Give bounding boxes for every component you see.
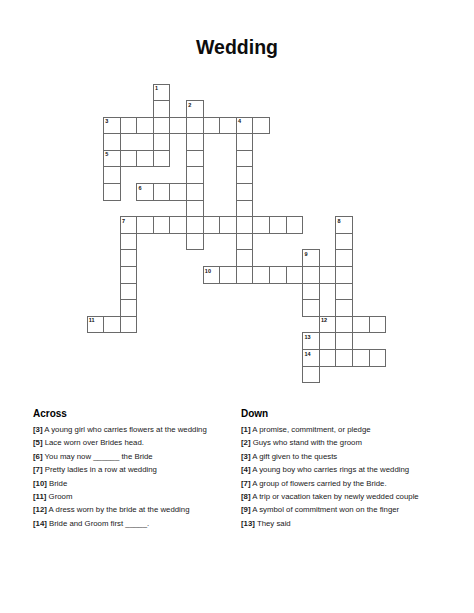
grid-cell-r4c1[interactable]: 5 — [103, 150, 121, 168]
grid-cell-r8c8[interactable] — [219, 216, 237, 234]
grid-cell-r11c13[interactable] — [302, 266, 320, 284]
grid-cell-r16c13[interactable]: 14 — [302, 349, 320, 367]
down-header: Down — [241, 408, 456, 420]
grid-cell-r8c3[interactable] — [136, 216, 154, 234]
clue-item-12: [12] A dress worn by the bride at the we… — [33, 503, 238, 516]
grid-cell-r14c0[interactable]: 11 — [87, 316, 105, 334]
clue-number: [13] — [241, 519, 255, 528]
clue-item-14: [14] Bride and Groom first _____. — [33, 517, 238, 530]
grid-cell-r14c2[interactable] — [120, 316, 138, 334]
clue-text: Lace worn over Brides head. — [43, 438, 144, 447]
grid-cell-r16c16[interactable] — [352, 349, 370, 367]
grid-cell-r2c8[interactable] — [219, 117, 237, 135]
grid-cell-r4c3[interactable] — [136, 150, 154, 168]
grid-cell-r4c2[interactable] — [120, 150, 138, 168]
grid-cell-r2c3[interactable] — [136, 117, 154, 135]
cell-number-13: 13 — [304, 334, 310, 340]
grid-cell-r11c12[interactable] — [286, 266, 304, 284]
clue-item-3: [3] A young girl who carries flowers at … — [33, 423, 238, 436]
clue-number: [3] — [33, 425, 43, 434]
clue-text: A trip or vacation taken by newly wedded… — [251, 492, 419, 501]
grid-cell-r16c14[interactable] — [319, 349, 337, 367]
across-clue-list: [3] A young girl who carries flowers at … — [33, 423, 238, 530]
clue-number: [8] — [241, 492, 251, 501]
clue-number: [6] — [33, 452, 43, 461]
grid-cell-r13c13[interactable] — [302, 299, 320, 317]
grid-cell-r2c2[interactable] — [120, 117, 138, 135]
clue-text: Groom — [46, 492, 72, 501]
clue-number: [11] — [33, 492, 46, 501]
grid-cell-r11c9[interactable] — [236, 266, 254, 284]
grid-cell-r11c14[interactable] — [319, 266, 337, 284]
grid-cell-r14c15[interactable] — [335, 316, 353, 334]
grid-cell-r8c9[interactable] — [236, 216, 254, 234]
grid-cell-r10c9[interactable] — [236, 249, 254, 267]
clue-number: [4] — [241, 465, 251, 474]
grid-cell-r8c12[interactable] — [286, 216, 304, 234]
cell-number-9: 9 — [304, 251, 307, 257]
grid-cell-r11c7[interactable]: 10 — [203, 266, 221, 284]
clue-text: A young boy who carries rings at the wed… — [251, 465, 410, 474]
cell-number-8: 8 — [338, 218, 341, 224]
clue-item-10: [10] Bride — [33, 477, 238, 490]
grid-cell-r3c6[interactable] — [186, 133, 204, 151]
grid-cell-r8c15[interactable]: 8 — [335, 216, 353, 234]
grid-cell-r15c13[interactable]: 13 — [302, 332, 320, 350]
grid-cell-r3c9[interactable] — [236, 133, 254, 151]
grid-cell-r11c10[interactable] — [252, 266, 270, 284]
grid-cell-r16c17[interactable] — [369, 349, 387, 367]
grid-cell-r5c1[interactable] — [103, 166, 121, 184]
clue-item-11: [11] Groom — [33, 490, 238, 503]
clue-item-2: [2] Guys who stand with the groom — [241, 436, 456, 449]
grid-cell-r8c11[interactable] — [269, 216, 287, 234]
clue-number: [2] — [241, 438, 251, 447]
grid-cell-r14c14[interactable]: 12 — [319, 316, 337, 334]
clue-text: Bride — [47, 479, 67, 488]
clue-number: [10] — [33, 479, 47, 488]
grid-cell-r6c5[interactable] — [169, 183, 187, 201]
clue-item-8: [8] A trip or vacation taken by newly we… — [241, 490, 456, 503]
cell-number-5: 5 — [105, 151, 108, 157]
grid-cell-r10c2[interactable] — [120, 249, 138, 267]
grid-cell-r1c6[interactable]: 2 — [186, 100, 204, 118]
grid-cell-r12c15[interactable] — [335, 283, 353, 301]
grid-cell-r8c6[interactable] — [186, 216, 204, 234]
across-clues-section: Across [3] A young girl who carries flow… — [33, 408, 238, 530]
clue-number: [7] — [33, 465, 43, 474]
cell-number-2: 2 — [188, 102, 191, 108]
grid-cell-r0c4[interactable]: 1 — [153, 84, 171, 102]
cell-number-7: 7 — [122, 218, 125, 224]
grid-cell-r8c4[interactable] — [153, 216, 171, 234]
grid-cell-r6c4[interactable] — [153, 183, 171, 201]
grid-cell-r2c4[interactable] — [153, 117, 171, 135]
grid-cell-r5c6[interactable] — [186, 166, 204, 184]
clue-text: A dress worn by the bride at the wedding — [47, 505, 190, 514]
cell-number-3: 3 — [105, 118, 108, 124]
puzzle-title: Wedding — [0, 36, 474, 59]
puzzle-page: Wedding 1234567891011121314 Across [3] A… — [0, 0, 474, 613]
grid-cell-r14c17[interactable] — [369, 316, 387, 334]
cell-number-6: 6 — [138, 185, 141, 191]
clue-item-5: [5] Lace worn over Brides head. — [33, 436, 238, 449]
clue-text: Pretty ladies in a row at wedding — [43, 465, 157, 474]
grid-cell-r9c15[interactable] — [335, 233, 353, 251]
clue-text: A young girl who carries flowers at the … — [43, 425, 207, 434]
grid-cell-r2c9[interactable]: 4 — [236, 117, 254, 135]
grid-cell-r4c6[interactable] — [186, 150, 204, 168]
grid-cell-r9c6[interactable] — [186, 233, 204, 251]
grid-cell-r7c9[interactable] — [236, 200, 254, 218]
cell-number-11: 11 — [89, 317, 95, 323]
grid-cell-r8c7[interactable] — [203, 216, 221, 234]
clue-item-1: [1] A promise, commitment, or pledge — [241, 423, 456, 436]
down-clue-list: [1] A promise, commitment, or pledge[2] … — [241, 423, 456, 530]
clue-text: Guys who stand with the groom — [251, 438, 362, 447]
grid-cell-r2c10[interactable] — [252, 117, 270, 135]
clue-number: [3] — [241, 452, 251, 461]
clue-text: Bride and Groom first _____. — [47, 519, 149, 528]
grid-cell-r6c1[interactable] — [103, 183, 121, 201]
grid-cell-r2c7[interactable] — [203, 117, 221, 135]
clue-item-4: [4] A young boy who carries rings at the… — [241, 463, 456, 476]
clue-item-7: [7] A group of flowers carried by the Br… — [241, 477, 456, 490]
cell-number-1: 1 — [155, 85, 158, 91]
grid-cell-r1c4[interactable] — [153, 100, 171, 118]
grid-cell-r13c2[interactable] — [120, 299, 138, 317]
clue-text: They said — [255, 519, 291, 528]
clue-item-3: [3] A gift given to the quests — [241, 450, 456, 463]
grid-cell-r15c15[interactable] — [335, 332, 353, 350]
clue-item-13: [13] They said — [241, 517, 456, 530]
grid-cell-r2c6[interactable] — [186, 117, 204, 135]
cell-number-4: 4 — [238, 118, 241, 124]
grid-cell-r12c13[interactable] — [302, 283, 320, 301]
grid-cell-r10c13[interactable]: 9 — [302, 249, 320, 267]
across-header: Across — [33, 408, 238, 420]
cell-number-14: 14 — [304, 351, 310, 357]
clue-item-7: [7] Pretty ladies in a row at wedding — [33, 463, 238, 476]
cell-number-10: 10 — [205, 268, 211, 274]
grid-cell-r3c4[interactable] — [153, 133, 171, 151]
grid-cell-r5c9[interactable] — [236, 166, 254, 184]
grid-cell-r14c16[interactable] — [352, 316, 370, 334]
clue-text: A symbol of commitment won on the finger — [251, 505, 400, 514]
grid-cell-r9c9[interactable] — [236, 233, 254, 251]
grid-cell-r11c15[interactable] — [335, 266, 353, 284]
grid-cell-r4c4[interactable] — [153, 150, 171, 168]
grid-cell-r2c5[interactable] — [169, 117, 187, 135]
cell-number-12: 12 — [321, 317, 327, 323]
grid-cell-r17c13[interactable] — [302, 366, 320, 384]
grid-cell-r4c9[interactable] — [236, 150, 254, 168]
grid-cell-r7c6[interactable] — [186, 200, 204, 218]
grid-cell-r11c8[interactable] — [219, 266, 237, 284]
grid-cell-r13c15[interactable] — [335, 299, 353, 317]
grid-cell-r10c15[interactable] — [335, 249, 353, 267]
clue-text: You may now ______ the Bride — [43, 452, 153, 461]
clue-number: [9] — [241, 505, 251, 514]
crossword-grid: 1234567891011121314 — [87, 84, 386, 383]
grid-cell-r8c5[interactable] — [169, 216, 187, 234]
clue-text: A promise, commitment, or pledge — [251, 425, 371, 434]
grid-cell-r6c9[interactable] — [236, 183, 254, 201]
grid-cell-r9c2[interactable] — [120, 233, 138, 251]
grid-cell-r2c1[interactable]: 3 — [103, 117, 121, 135]
grid-cell-r8c10[interactable] — [252, 216, 270, 234]
clue-item-9: [9] A symbol of commitment won on the fi… — [241, 503, 456, 516]
grid-cell-r6c3[interactable]: 6 — [136, 183, 154, 201]
grid-cell-r6c6[interactable] — [186, 183, 204, 201]
grid-cell-r12c2[interactable] — [120, 283, 138, 301]
down-clues-section: Down [1] A promise, commitment, or pledg… — [241, 408, 456, 530]
clue-number: [5] — [33, 438, 43, 447]
grid-cell-r11c2[interactable] — [120, 266, 138, 284]
clue-number: [7] — [241, 479, 251, 488]
grid-cell-r3c1[interactable] — [103, 133, 121, 151]
clue-text: A group of flowers carried by the Bride. — [251, 479, 387, 488]
clue-number: [14] — [33, 519, 47, 528]
grid-cell-r14c1[interactable] — [103, 316, 121, 334]
clue-item-6: [6] You may now ______ the Bride — [33, 450, 238, 463]
clue-text: A gift given to the quests — [251, 452, 338, 461]
grid-cell-r16c15[interactable] — [335, 349, 353, 367]
clue-number: [1] — [241, 425, 251, 434]
grid-cell-r11c11[interactable] — [269, 266, 287, 284]
grid-cell-r8c2[interactable]: 7 — [120, 216, 138, 234]
clue-number: [12] — [33, 505, 47, 514]
